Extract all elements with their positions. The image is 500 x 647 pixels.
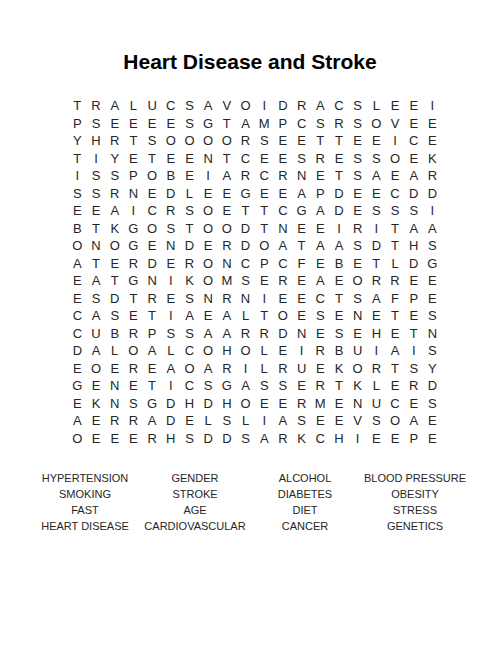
grid-cell-r9c12: A [274,237,293,255]
grid-cell-r3c7: O [180,132,199,150]
grid-cell-r6c10: G [236,185,255,203]
grid-cell-r7c9: E [218,202,237,220]
grid-cell-r8c14: E [311,220,330,238]
grid-cell-r20c4: E [124,430,143,448]
grid-cell-r8c15: I [330,220,349,238]
grid-cell-r18c10: O [236,395,255,413]
grid-cell-r1c19: E [404,97,423,115]
grid-cell-r3c4: T [124,132,143,150]
grid-cell-r7c19: S [404,202,423,220]
grid-cell-r18c18: C [386,395,405,413]
grid-cell-r9c2: N [87,237,106,255]
grid-cell-r13c12: O [274,307,293,325]
grid-cell-r16c14: E [311,360,330,378]
word-list-item: FAST [30,502,140,518]
grid-cell-r19c2: E [87,412,106,430]
grid-cell-r1c8: A [199,97,218,115]
grid-cell-r19c18: O [386,412,405,430]
grid-cell-r14c6: S [161,325,180,343]
grid-cell-r5c8: I [199,167,218,185]
grid-cell-r8c20: A [423,220,442,238]
grid-cell-r2c1: P [68,115,87,133]
grid-cell-r3c8: O [199,132,218,150]
grid-cell-r6c2: S [87,185,106,203]
grid-cell-r4c3: Y [105,150,124,168]
grid-cell-r20c10: S [236,430,255,448]
grid-cell-r17c5: T [143,377,162,395]
grid-cell-r1c20: I [423,97,442,115]
grid-cell-r3c14: T [311,132,330,150]
grid-cell-r19c19: A [404,412,423,430]
grid-cell-r5c5: O [143,167,162,185]
word-list-item: CARDIOVASCULAR [140,518,250,534]
grid-cell-r12c4: T [124,290,143,308]
grid-cell-r19c12: A [274,412,293,430]
grid-cell-r19c8: L [199,412,218,430]
grid-cell-r11c13: E [292,272,311,290]
grid-cell-r15c7: C [180,342,199,360]
grid-cell-r4c20: K [423,150,442,168]
grid-cell-r11c14: A [311,272,330,290]
grid-cell-r15c16: U [348,342,367,360]
grid-cell-r18c2: K [87,395,106,413]
grid-cell-r16c15: K [330,360,349,378]
grid-cell-r14c20: N [423,325,442,343]
grid-cell-r19c6: D [161,412,180,430]
grid-cell-r15c15: B [330,342,349,360]
grid-cell-r13c18: T [386,307,405,325]
grid-cell-r14c3: B [105,325,124,343]
grid-cell-r20c6: H [161,430,180,448]
word-list: HYPERTENSIONGENDERALCOHOLBLOOD PRESSURES… [30,470,500,534]
grid-cell-r1c12: D [274,97,293,115]
grid-cell-r16c20: Y [423,360,442,378]
grid-cell-r20c20: E [423,430,442,448]
grid-cell-r3c18: I [386,132,405,150]
grid-cell-r5c19: A [404,167,423,185]
grid-cell-r15c12: E [274,342,293,360]
grid-cell-r5c20: R [423,167,442,185]
grid-cell-r3c15: T [330,132,349,150]
grid-cell-r9c7: D [180,237,199,255]
grid-cell-r19c1: A [68,412,87,430]
grid-cell-r3c6: O [161,132,180,150]
word-list-item: HEART DISEASE [30,518,140,534]
grid-cell-r12c10: N [236,290,255,308]
grid-cell-r6c13: A [292,185,311,203]
grid-cell-r18c9: H [218,395,237,413]
grid-cell-r11c1: E [68,272,87,290]
grid-cell-r1c4: L [124,97,143,115]
grid-cell-r2c17: O [367,115,386,133]
grid-cell-r4c5: T [143,150,162,168]
grid-cell-r13c4: E [124,307,143,325]
grid-cell-r6c12: E [274,185,293,203]
grid-cell-r15c1: D [68,342,87,360]
grid-cell-r3c20: E [423,132,442,150]
grid-cell-r20c18: E [386,430,405,448]
grid-cell-r2c15: R [330,115,349,133]
grid-cell-r2c10: A [236,115,255,133]
grid-cell-r3c16: E [348,132,367,150]
grid-cell-r1c6: C [161,97,180,115]
grid-cell-r9c17: D [367,237,386,255]
grid-cell-r13c1: C [68,307,87,325]
grid-cell-r14c15: S [330,325,349,343]
grid-cell-r13c3: S [105,307,124,325]
grid-cell-r10c7: R [180,255,199,273]
grid-cell-r16c19: S [404,360,423,378]
grid-cell-r5c4: P [124,167,143,185]
grid-cell-r14c13: N [292,325,311,343]
grid-cell-r6c7: L [180,185,199,203]
grid-cell-r1c5: U [143,97,162,115]
grid-cell-r6c8: E [199,185,218,203]
grid-cell-r14c9: A [218,325,237,343]
grid-cell-r16c16: O [348,360,367,378]
grid-cell-r11c9: M [218,272,237,290]
grid-cell-r14c14: E [311,325,330,343]
grid-cell-r9c15: A [330,237,349,255]
grid-cell-r15c3: L [105,342,124,360]
grid-cell-r11c17: R [367,272,386,290]
grid-cell-r20c5: R [143,430,162,448]
grid-cell-r13c20: S [423,307,442,325]
grid-cell-r9c13: T [292,237,311,255]
grid-cell-r1c13: R [292,97,311,115]
grid-cell-r3c10: R [236,132,255,150]
grid-cell-r8c6: S [161,220,180,238]
grid-cell-r6c20: D [423,185,442,203]
grid-cell-r7c8: O [199,202,218,220]
grid-cell-r2c9: T [218,115,237,133]
grid-cell-r16c3: E [105,360,124,378]
grid-cell-r4c7: E [180,150,199,168]
grid-cell-r12c1: E [68,290,87,308]
word-list-item: AGE [140,502,250,518]
grid-cell-r14c5: P [143,325,162,343]
word-list-item: STRESS [360,502,470,518]
grid-cell-r13c17: E [367,307,386,325]
grid-cell-r2c19: E [404,115,423,133]
word-search-grid: TRALUCSAVOIDRACSLEEIPSEEEESGTAMPCSRSOVEE… [68,97,500,447]
grid-cell-r6c16: E [348,185,367,203]
grid-cell-r13c13: E [292,307,311,325]
word-list-item: GENDER [140,470,250,486]
grid-cell-r11c8: O [199,272,218,290]
grid-cell-r1c3: A [105,97,124,115]
grid-cell-r2c13: C [292,115,311,133]
grid-cell-r3c13: E [292,132,311,150]
grid-cell-r17c13: E [292,377,311,395]
grid-cell-r9c18: T [386,237,405,255]
grid-cell-r14c17: H [367,325,386,343]
grid-cell-r14c16: E [348,325,367,343]
grid-cell-r20c17: E [367,430,386,448]
grid-cell-r17c8: S [199,377,218,395]
grid-cell-r8c11: T [255,220,274,238]
grid-cell-r14c10: R [236,325,255,343]
grid-cell-r9c1: O [68,237,87,255]
grid-cell-r2c16: S [348,115,367,133]
grid-cell-r10c14: E [311,255,330,273]
grid-cell-r7c7: S [180,202,199,220]
grid-cell-r19c3: R [105,412,124,430]
grid-cell-r9c19: H [404,237,423,255]
grid-cell-r14c2: U [87,325,106,343]
grid-cell-r12c6: E [161,290,180,308]
grid-cell-r7c15: D [330,202,349,220]
grid-cell-r8c3: K [105,220,124,238]
grid-cell-r4c19: E [404,150,423,168]
grid-cell-r10c3: E [105,255,124,273]
grid-cell-r4c10: C [236,150,255,168]
grid-cell-r8c18: T [386,220,405,238]
grid-cell-r16c9: R [218,360,237,378]
grid-cell-r4c13: S [292,150,311,168]
grid-cell-r10c20: G [423,255,442,273]
grid-cell-r20c2: E [87,430,106,448]
grid-cell-r12c9: R [218,290,237,308]
grid-cell-r1c7: S [180,97,199,115]
grid-cell-r17c18: E [386,377,405,395]
grid-cell-r10c17: T [367,255,386,273]
grid-cell-r6c17: E [367,185,386,203]
grid-cell-r11c18: R [386,272,405,290]
grid-cell-r5c12: R [274,167,293,185]
grid-cell-r1c15: C [330,97,349,115]
grid-cell-r1c16: S [348,97,367,115]
grid-cell-r7c6: R [161,202,180,220]
grid-cell-r20c1: O [68,430,87,448]
grid-cell-r1c10: O [236,97,255,115]
grid-cell-r7c18: S [386,202,405,220]
grid-cell-r2c12: P [274,115,293,133]
grid-cell-r17c12: S [274,377,293,395]
grid-cell-r3c17: E [367,132,386,150]
grid-cell-r5c18: E [386,167,405,185]
grid-cell-r3c12: E [274,132,293,150]
grid-cell-r4c1: T [68,150,87,168]
grid-cell-r17c4: E [124,377,143,395]
grid-cell-r1c2: R [87,97,106,115]
grid-cell-r15c19: I [404,342,423,360]
grid-cell-r16c8: A [199,360,218,378]
grid-cell-r11c3: T [105,272,124,290]
grid-cell-r12c18: F [386,290,405,308]
grid-cell-r2c7: S [180,115,199,133]
grid-cell-r17c1: G [68,377,87,395]
grid-cell-r2c2: S [87,115,106,133]
grid-cell-r16c5: E [143,360,162,378]
grid-cell-r10c6: E [161,255,180,273]
grid-cell-r11c7: K [180,272,199,290]
grid-cell-r20c3: E [105,430,124,448]
grid-cell-r13c19: E [404,307,423,325]
grid-cell-r10c8: O [199,255,218,273]
grid-cell-r12c15: T [330,290,349,308]
grid-cell-r13c10: L [236,307,255,325]
grid-cell-r9c16: S [348,237,367,255]
grid-cell-r15c6: L [161,342,180,360]
grid-cell-r2c8: G [199,115,218,133]
grid-cell-r13c16: N [348,307,367,325]
grid-cell-r15c8: O [199,342,218,360]
grid-cell-r14c7: S [180,325,199,343]
grid-cell-r10c9: N [218,255,237,273]
grid-cell-r12c20: E [423,290,442,308]
grid-cell-r18c12: E [274,395,293,413]
grid-cell-r7c4: I [124,202,143,220]
grid-cell-r9c14: A [311,237,330,255]
grid-cell-r4c12: E [274,150,293,168]
grid-cell-r9c8: E [199,237,218,255]
grid-cell-r18c13: R [292,395,311,413]
grid-cell-r19c13: S [292,412,311,430]
grid-cell-r12c11: I [255,290,274,308]
grid-cell-r4c8: N [199,150,218,168]
grid-cell-r10c1: A [68,255,87,273]
grid-cell-r17c16: K [348,377,367,395]
grid-cell-r20c16: I [348,430,367,448]
grid-cell-r5c3: S [105,167,124,185]
grid-cell-r12c14: C [311,290,330,308]
grid-cell-r10c2: T [87,255,106,273]
grid-cell-r1c14: A [311,97,330,115]
grid-cell-r8c1: B [68,220,87,238]
grid-cell-r16c18: T [386,360,405,378]
grid-cell-r5c7: E [180,167,199,185]
grid-cell-r3c1: Y [68,132,87,150]
grid-cell-r8c9: O [218,220,237,238]
grid-cell-r19c14: E [311,412,330,430]
grid-cell-r11c4: G [124,272,143,290]
grid-cell-r19c10: L [236,412,255,430]
grid-cell-r5c15: T [330,167,349,185]
grid-cell-r19c4: R [124,412,143,430]
grid-cell-r18c20: S [423,395,442,413]
grid-cell-r4c14: R [311,150,330,168]
worksheet-page: Heart Disease and Stroke TRALUCSAVOIDRAC… [0,0,500,647]
grid-cell-r19c9: S [218,412,237,430]
grid-cell-r19c16: V [348,412,367,430]
grid-cell-r8c8: O [199,220,218,238]
grid-cell-r15c20: S [423,342,442,360]
grid-cell-r5c13: N [292,167,311,185]
grid-cell-r8c10: D [236,220,255,238]
grid-cell-r2c6: E [161,115,180,133]
grid-cell-r1c9: V [218,97,237,115]
grid-cell-r16c4: R [124,360,143,378]
grid-cell-r15c14: R [311,342,330,360]
grid-cell-r10c19: D [404,255,423,273]
grid-cell-r15c10: O [236,342,255,360]
grid-cell-r18c4: S [124,395,143,413]
grid-cell-r4c6: E [161,150,180,168]
grid-cell-r6c19: D [404,185,423,203]
grid-cell-r7c2: E [87,202,106,220]
grid-cell-r3c19: C [404,132,423,150]
grid-cell-r17c15: T [330,377,349,395]
grid-cell-r1c1: T [68,97,87,115]
grid-cell-r10c11: P [255,255,274,273]
grid-cell-r17c9: G [218,377,237,395]
grid-cell-r5c14: E [311,167,330,185]
grid-cell-r20c7: S [180,430,199,448]
grid-cell-r2c14: S [311,115,330,133]
grid-cell-r2c5: E [143,115,162,133]
grid-cell-r15c13: I [292,342,311,360]
grid-cell-r11c12: R [274,272,293,290]
grid-cell-r17c19: R [404,377,423,395]
grid-cell-r20c14: C [311,430,330,448]
grid-cell-r16c6: A [161,360,180,378]
grid-cell-r2c20: E [423,115,442,133]
grid-cell-r8c13: E [292,220,311,238]
grid-cell-r7c1: E [68,202,87,220]
grid-cell-r19c5: A [143,412,162,430]
grid-cell-r3c11: S [255,132,274,150]
grid-cell-r19c20: E [423,412,442,430]
word-list-item: GENETICS [360,518,470,534]
grid-cell-r16c2: O [87,360,106,378]
grid-cell-r6c3: R [105,185,124,203]
grid-cell-r3c3: R [105,132,124,150]
grid-cell-r7c20: I [423,202,442,220]
grid-cell-r19c11: I [255,412,274,430]
grid-cell-r11c19: E [404,272,423,290]
grid-cell-r16c13: U [292,360,311,378]
grid-cell-r5c16: S [348,167,367,185]
grid-cell-r10c5: D [143,255,162,273]
grid-cell-r16c7: O [180,360,199,378]
grid-cell-r3c2: H [87,132,106,150]
grid-cell-r15c2: A [87,342,106,360]
grid-cell-r7c14: A [311,202,330,220]
grid-cell-r10c10: C [236,255,255,273]
grid-cell-r20c19: P [404,430,423,448]
grid-cell-r6c18: C [386,185,405,203]
grid-cell-r18c1: E [68,395,87,413]
grid-cell-r4c15: E [330,150,349,168]
grid-cell-r6c1: S [68,185,87,203]
grid-cell-r19c17: S [367,412,386,430]
grid-cell-r16c10: I [236,360,255,378]
grid-cell-r8c5: O [143,220,162,238]
grid-cell-r14c18: E [386,325,405,343]
grid-cell-r8c16: R [348,220,367,238]
grid-cell-r17c3: N [105,377,124,395]
grid-cell-r7c17: S [367,202,386,220]
grid-cell-r8c7: T [180,220,199,238]
grid-cell-r4c16: S [348,150,367,168]
grid-cell-r18c17: U [367,395,386,413]
grid-cell-r6c6: D [161,185,180,203]
grid-cell-r17c11: S [255,377,274,395]
word-list-item: DIET [250,502,360,518]
grid-cell-r3c5: S [143,132,162,150]
grid-cell-r9c20: S [423,237,442,255]
grid-cell-r8c2: T [87,220,106,238]
grid-cell-r18c16: N [348,395,367,413]
grid-cell-r8c17: I [367,220,386,238]
grid-cell-r4c9: T [218,150,237,168]
grid-cell-r5c6: B [161,167,180,185]
grid-cell-r18c8: D [199,395,218,413]
grid-cell-r7c13: G [292,202,311,220]
grid-cell-r6c5: E [143,185,162,203]
grid-cell-r9c10: D [236,237,255,255]
